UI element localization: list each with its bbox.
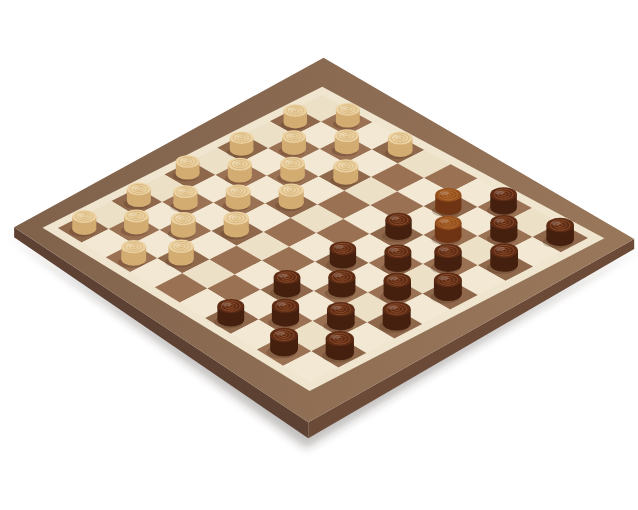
checker-piece-light bbox=[281, 104, 307, 130]
checker-piece-dark bbox=[543, 218, 574, 249]
checker-piece-dark bbox=[487, 243, 518, 274]
draughts-board-photo bbox=[0, 0, 638, 510]
checker-piece-dark bbox=[268, 299, 299, 329]
checker-piece-dark bbox=[214, 299, 244, 329]
checker-piece-light bbox=[168, 212, 196, 240]
checker-piece-light bbox=[276, 184, 304, 212]
checker-piece-light bbox=[333, 103, 360, 129]
checker-piece-dark bbox=[267, 328, 299, 359]
checker-piece-dark bbox=[382, 213, 412, 242]
checker-piece-dark bbox=[380, 273, 411, 303]
checker-piece-light bbox=[277, 157, 305, 184]
checker-piece-dark bbox=[322, 331, 354, 362]
checker-piece-light bbox=[223, 184, 251, 211]
checker-piece-light bbox=[118, 240, 146, 268]
board-scene bbox=[0, 0, 638, 510]
checker-piece-dark bbox=[270, 270, 300, 300]
checker-piece-dark bbox=[432, 188, 462, 217]
checker-piece-light bbox=[69, 210, 96, 237]
checker-piece-dark bbox=[324, 302, 355, 332]
checker-piece-light bbox=[170, 185, 197, 212]
checker-piece-light bbox=[220, 211, 249, 239]
checker-piece-light bbox=[121, 209, 149, 236]
checker-piece-light bbox=[330, 159, 358, 187]
checker-piece-light bbox=[227, 132, 254, 158]
checker-piece-dark bbox=[430, 272, 461, 303]
checker-piece-light bbox=[124, 183, 151, 210]
checker-piece-light bbox=[225, 158, 252, 185]
checker-piece-dark bbox=[487, 215, 518, 245]
checker-piece-light bbox=[332, 129, 360, 156]
checker-piece-dark bbox=[326, 241, 356, 270]
checker-piece-dark bbox=[487, 187, 517, 216]
checker-piece-dark bbox=[431, 244, 462, 274]
checker-piece-light bbox=[173, 155, 200, 181]
checker-piece-dark bbox=[325, 270, 356, 300]
checker-piece-light bbox=[279, 130, 306, 157]
checker-piece-dark bbox=[379, 302, 411, 333]
checker-piece-dark bbox=[381, 244, 411, 274]
checker-piece-light bbox=[165, 240, 194, 268]
checker-piece-dark bbox=[431, 216, 461, 246]
checker-piece-light bbox=[385, 132, 413, 159]
